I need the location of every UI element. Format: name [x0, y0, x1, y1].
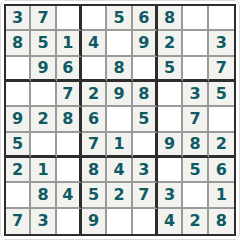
cell-r9c1[interactable]: 7 [6, 209, 31, 234]
cell-r5c2[interactable]: 2 [31, 107, 56, 132]
cell-r2c9[interactable]: 3 [209, 31, 234, 56]
cell-r1c7[interactable]: 8 [158, 6, 183, 31]
cell-r8c1[interactable] [6, 183, 31, 208]
cell-r5c5[interactable] [107, 107, 132, 132]
cell-r1c8[interactable] [183, 6, 208, 31]
cell-r7c8[interactable]: 5 [183, 158, 208, 183]
cell-r8c3[interactable]: 4 [57, 183, 82, 208]
cell-r4c9[interactable]: 5 [209, 82, 234, 107]
cell-r5c7[interactable] [158, 107, 183, 132]
sudoku-board: 3756885149239685772983592865757198221843… [4, 4, 236, 236]
cell-r3c1[interactable] [6, 57, 31, 82]
cell-r6c9[interactable]: 2 [209, 133, 234, 158]
cell-r7c3[interactable] [57, 158, 82, 183]
cell-r3c6[interactable] [133, 57, 158, 82]
cell-r3c4[interactable] [82, 57, 107, 82]
cell-r9c5[interactable] [107, 209, 132, 234]
cell-r2c4[interactable]: 4 [82, 31, 107, 56]
cell-r8c5[interactable]: 2 [107, 183, 132, 208]
cell-r3c5[interactable]: 8 [107, 57, 132, 82]
cell-r8c6[interactable]: 7 [133, 183, 158, 208]
cell-r2c6[interactable]: 9 [133, 31, 158, 56]
cell-r7c6[interactable]: 3 [133, 158, 158, 183]
cell-r7c7[interactable] [158, 158, 183, 183]
cell-r9c2[interactable]: 3 [31, 209, 56, 234]
cell-r4c5[interactable]: 9 [107, 82, 132, 107]
cell-r6c7[interactable]: 9 [158, 133, 183, 158]
cell-r3c8[interactable] [183, 57, 208, 82]
cell-r5c9[interactable] [209, 107, 234, 132]
cell-r2c2[interactable]: 5 [31, 31, 56, 56]
cell-r9c4[interactable]: 9 [82, 209, 107, 234]
cell-r3c7[interactable]: 5 [158, 57, 183, 82]
cell-r4c2[interactable] [31, 82, 56, 107]
cell-r1c9[interactable] [209, 6, 234, 31]
cell-r8c2[interactable]: 8 [31, 183, 56, 208]
cell-r5c4[interactable]: 6 [82, 107, 107, 132]
board-frame: 3756885149239685772983592865757198221843… [0, 0, 240, 240]
cell-r1c5[interactable]: 5 [107, 6, 132, 31]
cell-r7c1[interactable]: 2 [6, 158, 31, 183]
cell-r5c8[interactable]: 7 [183, 107, 208, 132]
cell-r9c9[interactable]: 8 [209, 209, 234, 234]
cell-r6c3[interactable] [57, 133, 82, 158]
cell-r8c8[interactable] [183, 183, 208, 208]
cell-r8c9[interactable]: 1 [209, 183, 234, 208]
cell-r2c7[interactable]: 2 [158, 31, 183, 56]
cell-r2c3[interactable]: 1 [57, 31, 82, 56]
cell-r9c6[interactable] [133, 209, 158, 234]
cell-r4c1[interactable] [6, 82, 31, 107]
cell-r5c3[interactable]: 8 [57, 107, 82, 132]
cell-r4c6[interactable]: 8 [133, 82, 158, 107]
cell-r3c2[interactable]: 9 [31, 57, 56, 82]
cell-r5c1[interactable]: 9 [6, 107, 31, 132]
cell-r2c5[interactable] [107, 31, 132, 56]
cell-r9c3[interactable] [57, 209, 82, 234]
cell-r7c2[interactable]: 1 [31, 158, 56, 183]
cell-r7c9[interactable]: 6 [209, 158, 234, 183]
cell-r2c1[interactable]: 8 [6, 31, 31, 56]
cell-r9c8[interactable]: 2 [183, 209, 208, 234]
cell-r6c4[interactable]: 7 [82, 133, 107, 158]
cell-r6c5[interactable]: 1 [107, 133, 132, 158]
cell-r1c3[interactable] [57, 6, 82, 31]
cell-r8c7[interactable]: 3 [158, 183, 183, 208]
cell-r9c7[interactable]: 4 [158, 209, 183, 234]
cell-r4c8[interactable]: 3 [183, 82, 208, 107]
cell-r4c4[interactable]: 2 [82, 82, 107, 107]
cell-r6c1[interactable]: 5 [6, 133, 31, 158]
cell-r7c5[interactable]: 4 [107, 158, 132, 183]
cell-r8c4[interactable]: 5 [82, 183, 107, 208]
cell-r1c6[interactable]: 6 [133, 6, 158, 31]
cell-r6c8[interactable]: 8 [183, 133, 208, 158]
cell-r5c6[interactable]: 5 [133, 107, 158, 132]
cell-r6c2[interactable] [31, 133, 56, 158]
cell-r4c3[interactable]: 7 [57, 82, 82, 107]
cell-r3c3[interactable]: 6 [57, 57, 82, 82]
cell-r3c9[interactable]: 7 [209, 57, 234, 82]
cell-r1c2[interactable]: 7 [31, 6, 56, 31]
cell-r6c6[interactable] [133, 133, 158, 158]
cell-r4c7[interactable] [158, 82, 183, 107]
cell-r1c1[interactable]: 3 [6, 6, 31, 31]
cell-r2c8[interactable] [183, 31, 208, 56]
cell-r7c4[interactable]: 8 [82, 158, 107, 183]
cell-r1c4[interactable] [82, 6, 107, 31]
